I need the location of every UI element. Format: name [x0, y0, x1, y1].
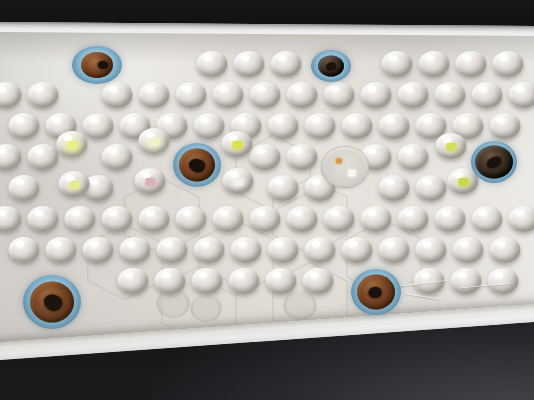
rusted-screw-head [179, 149, 215, 182]
screw-grommet-ring [471, 141, 517, 183]
screw-grommet-ring [311, 50, 351, 82]
empty-lens-position [156, 288, 190, 318]
screw-drive-hole [41, 290, 65, 314]
rusted-screw-head [30, 282, 74, 323]
screw-grommet-ring [72, 46, 122, 84]
screw-drive-hole [97, 60, 109, 70]
screw-grommet-ring [173, 143, 221, 187]
screw-drive-hole [187, 156, 207, 175]
empty-lens-position [283, 290, 317, 320]
screw-grommet-ring [351, 269, 401, 315]
crack-line [405, 293, 442, 300]
empty-lens-position [190, 294, 222, 322]
screw-drive-hole [326, 62, 336, 70]
dark-screw-head [475, 146, 513, 179]
rusted-screw-head [81, 52, 113, 78]
screw-drive-hole [485, 155, 502, 169]
screw-grommet-ring [23, 275, 81, 329]
photo-scene [0, 0, 534, 400]
dark-screw-head [318, 56, 344, 77]
screw-drive-hole [368, 285, 383, 298]
rusted-screw-head [357, 275, 395, 310]
